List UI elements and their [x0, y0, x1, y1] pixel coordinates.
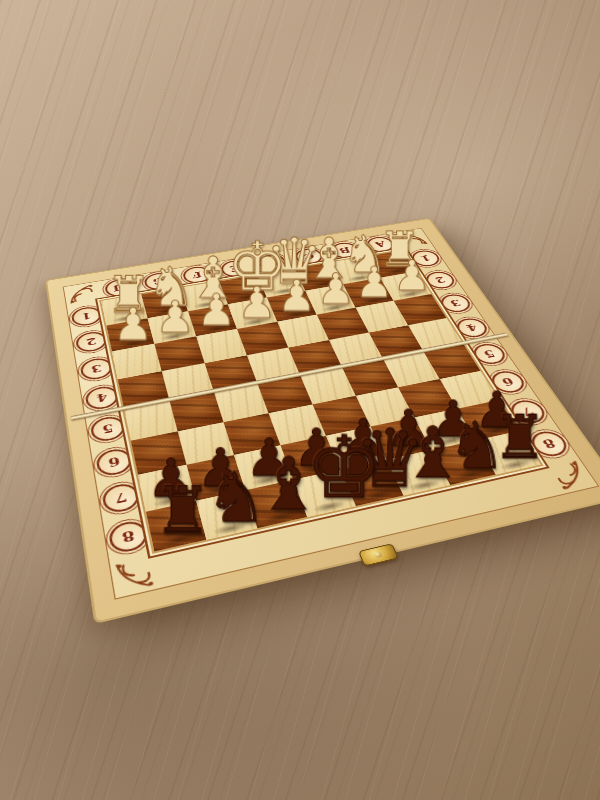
rank-label-5: 5: [469, 342, 509, 366]
black-knight-g8[interactable]: ♞: [206, 463, 258, 532]
square-h8[interactable]: ♜: [146, 501, 207, 552]
black-rook-h8[interactable]: ♜: [154, 479, 207, 544]
rank-label-6: 6: [94, 446, 133, 477]
file-label-e: E: [315, 512, 357, 556]
white-pawn-e2[interactable]: ♟: [236, 281, 277, 324]
rank-label-5: 5: [89, 414, 126, 443]
white-pawn-b2[interactable]: ♟: [354, 261, 394, 303]
corner-scroll-ornament: [63, 281, 101, 307]
white-pawn-g2[interactable]: ♟: [154, 295, 196, 339]
rank-label-1: 1: [70, 305, 102, 327]
chess-board: HGFEDCBA HGFEDCBA 12345678 12345678 ♜♞♝♚…: [47, 219, 600, 621]
rank-label-3: 3: [79, 356, 114, 381]
board-outer-frame: HGFEDCBA HGFEDCBA 12345678 12345678 ♜♞♝♚…: [47, 219, 600, 621]
rank-label-8: 8: [107, 518, 149, 554]
file-label-f: F: [266, 523, 309, 568]
square-g2[interactable]: ♟: [148, 311, 196, 344]
rank-label-3: 3: [436, 292, 473, 314]
file-label-h: H: [163, 546, 207, 592]
brass-clasp-icon[interactable]: [358, 543, 399, 566]
white-pawn-a2[interactable]: ♟: [392, 255, 432, 297]
rank-label-7: 7: [100, 481, 140, 515]
file-label-a: A: [503, 470, 543, 512]
board-ornate-border: HGFEDCBA HGFEDCBA 12345678 12345678 ♜♞♝♚…: [63, 228, 600, 600]
white-pawn-f2[interactable]: ♟: [195, 288, 237, 332]
white-pawn-d2[interactable]: ♟: [276, 274, 317, 317]
file-label-g: G: [215, 534, 258, 579]
rank-label-2: 2: [74, 330, 107, 354]
white-pawn-h2[interactable]: ♟: [112, 302, 155, 346]
white-pawn-c2[interactable]: ♟: [315, 268, 356, 310]
tabletop-background: HGFEDCBA HGFEDCBA 12345678 12345678 ♜♞♝♚…: [0, 0, 600, 800]
